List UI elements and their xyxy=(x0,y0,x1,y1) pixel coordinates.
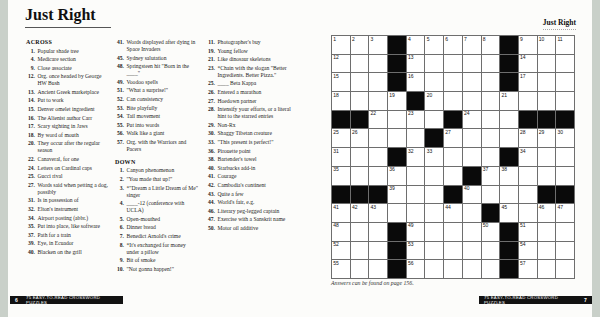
clue-text: Like dinosaur skeletons xyxy=(218,56,295,63)
black-square xyxy=(388,73,407,92)
clue-text: Denver omelet ingredient xyxy=(38,106,109,113)
clue-text: By word of mouth xyxy=(38,132,109,139)
grid-cell[interactable]: 50 xyxy=(482,223,501,242)
grid-cell[interactable]: 8 xyxy=(482,36,501,55)
grid-cell[interactable] xyxy=(407,129,426,148)
clue-number: 40. xyxy=(26,249,38,256)
black-square xyxy=(538,186,557,205)
grid-cell[interactable]: 40 xyxy=(463,186,482,205)
clue-number: 29. xyxy=(206,122,218,129)
clue-number: 20. xyxy=(26,140,38,154)
cell-number: 25 xyxy=(333,130,339,135)
grid-cell[interactable] xyxy=(351,260,370,279)
grid-cell[interactable]: 31 xyxy=(332,148,351,167)
grid-cell[interactable] xyxy=(444,167,463,186)
clue: 29.Non-Rx xyxy=(206,122,294,129)
grid-cell[interactable]: 7 xyxy=(463,36,482,55)
cell-number: 52 xyxy=(333,242,339,247)
clue: 24.Letters on Cardinal caps xyxy=(26,165,108,172)
clue-number: 21. xyxy=(206,56,218,63)
clue: 4.Medicare section xyxy=(26,56,108,63)
cell-number: 56 xyxy=(408,261,414,266)
clue-text: Words said when petting a dog, possibly xyxy=(38,182,109,196)
grid-cell[interactable] xyxy=(388,111,407,130)
cell-number: 41 xyxy=(333,205,339,210)
grid-cell[interactable] xyxy=(482,129,501,148)
clue: 13.Ancient Greek marketplace xyxy=(26,89,108,96)
grid-cell[interactable] xyxy=(351,148,370,167)
grid-cell[interactable] xyxy=(463,204,482,223)
grid-cell[interactable] xyxy=(519,92,538,111)
black-square xyxy=(556,111,575,130)
clue-number: 57. xyxy=(115,139,127,153)
clue-text: Hoedown partner xyxy=(218,98,295,105)
black-square xyxy=(388,36,407,55)
clue-text: Sydney salutation xyxy=(127,55,200,62)
grid-cell[interactable] xyxy=(463,223,482,242)
grid-cell[interactable] xyxy=(444,55,463,74)
grid-cell[interactable]: 54 xyxy=(519,242,538,261)
grid-cell[interactable] xyxy=(369,55,388,74)
grid-cell[interactable] xyxy=(463,242,482,261)
clue: 15.Denver omelet ingredient xyxy=(26,106,108,113)
grid-cell[interactable] xyxy=(425,260,444,279)
grid-cell[interactable] xyxy=(444,148,463,167)
grid-cell[interactable] xyxy=(482,92,501,111)
clue-text: Put to work xyxy=(38,97,109,104)
clue: 35.Put into place, like software xyxy=(26,223,108,230)
clue-text: Literary peg-legged captain xyxy=(218,208,295,215)
clue-number: 3. xyxy=(115,185,127,199)
clue: 12.Org. once headed by George HW Bush xyxy=(26,73,108,87)
clue-text: Blacken on the grill xyxy=(38,249,109,256)
grid-cell[interactable]: 41 xyxy=(332,204,351,223)
cell-number: 48 xyxy=(333,223,339,228)
clue: 43.Quite a few xyxy=(206,191,294,198)
grid-cell[interactable] xyxy=(444,92,463,111)
clue-number: 55. xyxy=(115,122,127,129)
grid-cell[interactable] xyxy=(482,111,501,130)
grid-cell[interactable] xyxy=(482,55,501,74)
black-square xyxy=(351,186,370,205)
grid-cell[interactable] xyxy=(556,167,575,186)
clue-text: Pirouette point xyxy=(218,148,295,155)
grid-cell[interactable] xyxy=(556,223,575,242)
clue-number: 13. xyxy=(26,89,38,96)
grid-cell[interactable] xyxy=(538,148,557,167)
clue-number: 32. xyxy=(26,206,38,213)
grid-cell[interactable] xyxy=(519,204,538,223)
grid-cell[interactable]: 25 xyxy=(332,129,351,148)
clue: 50.Motor oil additive xyxy=(206,225,294,232)
grid-cell[interactable]: 56 xyxy=(407,260,426,279)
grid-cell[interactable] xyxy=(444,223,463,242)
black-square xyxy=(482,204,501,223)
grid-cell[interactable]: 49 xyxy=(407,223,426,242)
cell-number: 22 xyxy=(371,111,377,116)
grid-cell[interactable]: 45 xyxy=(500,204,519,223)
clue-text: "What a surprise!" xyxy=(127,87,200,94)
left-footer-text: 75 EASY-TO-READ CROSSWORD PUZZLES xyxy=(26,295,118,305)
clue: 11.Photographer's buy xyxy=(206,39,294,46)
grid-cell[interactable] xyxy=(500,129,519,148)
grid-cell[interactable] xyxy=(425,111,444,130)
grid-cell[interactable]: 46 xyxy=(538,204,557,223)
clue: 7.Benedict Arnold's crime xyxy=(115,233,199,240)
black-square xyxy=(500,73,519,92)
grid-cell[interactable] xyxy=(556,242,575,261)
grid-cell[interactable] xyxy=(388,129,407,148)
grid-cell[interactable] xyxy=(482,242,501,261)
clue-number: 25. xyxy=(26,173,38,180)
grid-cell[interactable]: 29 xyxy=(538,129,557,148)
grid-cell[interactable] xyxy=(482,148,501,167)
grid-cell[interactable] xyxy=(369,92,388,111)
grid-cell[interactable]: 42 xyxy=(351,204,370,223)
grid-cell[interactable]: 38 xyxy=(500,167,519,186)
clue-text: Can consistency xyxy=(127,96,200,103)
grid-cell[interactable] xyxy=(556,92,575,111)
cell-number: 49 xyxy=(408,223,414,228)
cell-number: 50 xyxy=(483,223,489,228)
grid-cell[interactable] xyxy=(425,242,444,261)
grid-cell[interactable] xyxy=(369,129,388,148)
grid-cell[interactable]: 4 xyxy=(407,36,426,55)
grid-cell[interactable] xyxy=(538,242,557,261)
grid-cell[interactable] xyxy=(388,204,407,223)
clue-columns: ACROSS1.Popular shade tree4.Medicare sec… xyxy=(26,39,292,274)
grid-cell[interactable]: 37 xyxy=(482,167,501,186)
grid-cell[interactable]: 17 xyxy=(519,73,538,92)
cell-number: 39 xyxy=(389,186,395,191)
grid-cell[interactable] xyxy=(369,73,388,92)
clue: 9.Bit of smoke xyxy=(115,257,199,264)
crossword-grid[interactable]: 1234567891011121314151617181920212223242… xyxy=(331,35,575,279)
clue: 46.Literary peg-legged captain xyxy=(206,208,294,215)
clue-number: 4. xyxy=(26,56,38,63)
cell-number: 23 xyxy=(408,111,414,116)
clue: 19.Young fellow xyxy=(206,48,294,55)
clue-text: The Alienist author Carr xyxy=(38,115,109,122)
grid-cell[interactable]: 39 xyxy=(388,186,407,205)
grid-cell[interactable] xyxy=(444,242,463,261)
clue-text: *Chain with the slogan "Better Ingredien… xyxy=(218,65,295,79)
right-page-footer: 75 EASY-TO-READ CROSSWORD PUZZLES 7 xyxy=(479,296,592,304)
clue-number: 9. xyxy=(115,257,127,264)
cell-number: 17 xyxy=(520,74,526,79)
black-square xyxy=(388,242,407,261)
cell-number: 8 xyxy=(483,37,486,42)
clue-number: 42. xyxy=(206,182,218,189)
grid-cell[interactable] xyxy=(538,55,557,74)
clue: 1.Popular shade tree xyxy=(26,48,108,55)
clue-number: 27. xyxy=(206,98,218,105)
grid-cell[interactable]: 51 xyxy=(519,223,538,242)
clue-number: 39. xyxy=(26,240,38,247)
left-page-number: 6 xyxy=(15,297,18,303)
clue: 27.Hoedown partner xyxy=(206,98,294,105)
clue-text: Benedict Arnold's crime xyxy=(127,233,200,240)
clue-text: Letters on Cardinal caps xyxy=(38,165,109,172)
clue-number: 56. xyxy=(115,130,127,137)
clue-number: 40. xyxy=(206,165,218,172)
grid-cell[interactable]: 12 xyxy=(332,55,351,74)
clue: 30.Shaggy Tibetan creature xyxy=(206,130,294,137)
clue-number: 30. xyxy=(206,130,218,137)
grid-cell[interactable] xyxy=(463,148,482,167)
clue-column-3: 11.Photographer's buy19.Young fellow21.L… xyxy=(206,39,294,274)
grid-cell[interactable]: 33 xyxy=(425,148,444,167)
cell-number: 9 xyxy=(520,37,523,42)
grid-cell[interactable]: 13 xyxy=(407,55,426,74)
grid-cell[interactable]: 27 xyxy=(444,129,463,148)
cell-number: 4 xyxy=(408,37,411,42)
grid-cell[interactable]: 23 xyxy=(407,111,426,130)
black-square xyxy=(407,92,426,111)
answers-note: Answers can be found on page 156. xyxy=(331,280,414,286)
black-square xyxy=(519,111,538,130)
clue-number: 35. xyxy=(26,223,38,230)
grid-cell[interactable] xyxy=(369,260,388,279)
grid-cell[interactable]: 53 xyxy=(407,242,426,261)
grid-cell[interactable] xyxy=(369,148,388,167)
cell-number: 32 xyxy=(408,149,414,154)
grid-cell[interactable] xyxy=(556,260,575,279)
cell-number: 19 xyxy=(389,93,395,98)
book-spread: Just Right ACROSS1.Popular shade tree4.M… xyxy=(0,0,600,317)
cell-number: 7 xyxy=(464,37,467,42)
clue-text: ____-12 (conference with UCLA) xyxy=(127,200,200,214)
cell-number: 15 xyxy=(333,74,339,79)
grid-cell[interactable] xyxy=(538,167,557,186)
clue: 39.Eye, in Ecuador xyxy=(26,240,108,247)
grid-cell[interactable]: 30 xyxy=(556,129,575,148)
clue-number: 53. xyxy=(115,105,127,112)
black-square xyxy=(425,129,444,148)
clue-text: Springsteen hit "Born in the ____" xyxy=(127,63,200,77)
clue-number: 49. xyxy=(115,79,127,86)
grid-cell[interactable] xyxy=(425,73,444,92)
grid-cell[interactable]: 22 xyxy=(369,111,388,130)
clue: 40.Blacken on the grill xyxy=(26,249,108,256)
grid-cell[interactable] xyxy=(538,223,557,242)
clue: 40.Starbucks add-in xyxy=(206,165,294,172)
grid-cell[interactable]: 26 xyxy=(351,129,370,148)
grid-cell[interactable] xyxy=(425,204,444,223)
black-square xyxy=(500,148,519,167)
grid-cell[interactable]: 10 xyxy=(538,36,557,55)
grid-cell[interactable] xyxy=(351,242,370,261)
grid-cell[interactable]: 19 xyxy=(388,92,407,111)
clue-number: 22. xyxy=(26,156,38,163)
clue: 41.Words displayed after dying in Space … xyxy=(115,39,199,53)
black-square xyxy=(444,186,463,205)
grid-cell[interactable] xyxy=(369,242,388,261)
black-square xyxy=(500,242,519,261)
clue: 33."This present is perfect!" xyxy=(206,139,294,146)
grid-cell[interactable] xyxy=(500,111,519,130)
black-square xyxy=(463,167,482,186)
clue-text: Entered a marathon xyxy=(218,89,295,96)
grid-cell[interactable]: 35 xyxy=(332,167,351,186)
clue-text: Dinner bread xyxy=(127,224,200,231)
clue: 6.Dinner bread xyxy=(115,224,199,231)
clue-number: 51. xyxy=(115,87,127,94)
grid-cell[interactable] xyxy=(407,186,426,205)
grid-cell[interactable] xyxy=(463,92,482,111)
grid-cell[interactable] xyxy=(369,167,388,186)
grid-cell[interactable]: 32 xyxy=(407,148,426,167)
grid-cell[interactable] xyxy=(351,55,370,74)
grid-cell[interactable] xyxy=(519,167,538,186)
grid-cell[interactable]: 2 xyxy=(351,36,370,55)
cell-number: 14 xyxy=(520,55,526,60)
grid-cell[interactable] xyxy=(482,260,501,279)
cell-number: 53 xyxy=(408,242,414,247)
grid-cell[interactable]: 36 xyxy=(388,167,407,186)
clue: 38.Bartender's towel xyxy=(206,156,294,163)
clue-number: 44. xyxy=(206,199,218,206)
grid-cell[interactable] xyxy=(463,73,482,92)
cell-number: 40 xyxy=(464,186,470,191)
grid-cell[interactable]: 52 xyxy=(332,242,351,261)
grid-cell[interactable]: 57 xyxy=(519,260,538,279)
grid-cell[interactable] xyxy=(538,73,557,92)
grid-cell[interactable] xyxy=(444,260,463,279)
clue-text: Courage xyxy=(218,173,295,180)
clue-text: Bit of smoke xyxy=(127,257,200,264)
clue: 32.Elton's instrument xyxy=(26,206,108,213)
black-square xyxy=(388,55,407,74)
grid-cell[interactable]: 16 xyxy=(407,73,426,92)
grid-cell[interactable] xyxy=(500,186,519,205)
clue: 21.Like dinosaur skeletons xyxy=(206,56,294,63)
grid-cell[interactable] xyxy=(407,204,426,223)
cell-number: 34 xyxy=(520,149,526,154)
down-header: DOWN xyxy=(115,159,199,165)
grid-cell[interactable]: 14 xyxy=(519,55,538,74)
clue: 47.Exercise with a Sanskrit name xyxy=(206,216,294,223)
grid-cell[interactable]: 44 xyxy=(444,204,463,223)
cell-number: 11 xyxy=(557,37,562,42)
grid-cell[interactable] xyxy=(538,260,557,279)
clue: 54.Tail movement xyxy=(115,113,199,120)
clue-text: Quite a few xyxy=(218,191,295,198)
grid-cell[interactable] xyxy=(538,92,557,111)
cell-number: 51 xyxy=(520,223,526,228)
grid-cell[interactable]: 24 xyxy=(463,111,482,130)
clue-text: Tail movement xyxy=(127,113,200,120)
cell-number: 55 xyxy=(333,261,339,266)
clue-number: 6. xyxy=(115,224,127,231)
grid-cell[interactable] xyxy=(556,148,575,167)
black-square xyxy=(556,186,575,205)
grid-cell[interactable]: 20 xyxy=(425,92,444,111)
right-footer-text: 75 EASY-TO-READ CROSSWORD PUZZLES xyxy=(484,295,576,305)
grid-cell[interactable] xyxy=(407,167,426,186)
grid-cell[interactable]: 9 xyxy=(519,36,538,55)
clue-number: 37. xyxy=(26,232,38,239)
grid-cell[interactable]: 43 xyxy=(369,204,388,223)
grid-cell[interactable] xyxy=(482,186,501,205)
clue-number: 11. xyxy=(206,39,218,46)
clue-text: Words displayed after dying in Space Inv… xyxy=(127,39,200,53)
cell-number: 6 xyxy=(445,37,448,42)
grid-cell[interactable] xyxy=(369,223,388,242)
black-square xyxy=(500,55,519,74)
grid-cell[interactable]: 21 xyxy=(500,92,519,111)
grid-cell[interactable] xyxy=(444,73,463,92)
grid-cell[interactable] xyxy=(351,92,370,111)
grid-cell[interactable]: 55 xyxy=(332,260,351,279)
grid-cell[interactable]: 18 xyxy=(332,92,351,111)
grid-cell[interactable] xyxy=(351,73,370,92)
grid-cell[interactable] xyxy=(425,55,444,74)
clue-text: Shaggy Tibetan creature xyxy=(218,130,295,137)
clue: 26.Entered a marathon xyxy=(206,89,294,96)
clue: 53.Bite playfully xyxy=(115,105,199,112)
grid-cell[interactable] xyxy=(351,167,370,186)
clue: 45.Sydney salutation xyxy=(115,55,199,62)
clue-text: Org. with the Warriors and Pacers xyxy=(127,139,200,153)
grid-cell[interactable] xyxy=(556,55,575,74)
black-square xyxy=(388,260,407,279)
clue-text: Canyon phenomenon xyxy=(127,167,200,174)
clue-text: Bite playfully xyxy=(127,105,200,112)
clue-number: 1. xyxy=(115,167,127,174)
cell-number: 10 xyxy=(539,37,545,42)
grid-cell[interactable] xyxy=(463,55,482,74)
grid-cell[interactable]: 11 xyxy=(556,36,575,55)
grid-cell[interactable]: 34 xyxy=(519,148,538,167)
grid-cell[interactable] xyxy=(425,167,444,186)
grid-cell[interactable] xyxy=(351,223,370,242)
grid-cell[interactable]: 6 xyxy=(444,36,463,55)
grid-cell[interactable] xyxy=(463,260,482,279)
cell-number: 44 xyxy=(445,205,451,210)
grid-cell[interactable]: 3 xyxy=(369,36,388,55)
grid-cell[interactable]: 47 xyxy=(556,204,575,223)
grid-cell[interactable] xyxy=(519,186,538,205)
grid-cell[interactable] xyxy=(425,186,444,205)
clue-text: Motor oil additive xyxy=(218,225,295,232)
clue-text: Canaveral, for one xyxy=(38,156,109,163)
cell-number: 47 xyxy=(557,205,563,210)
cell-number: 18 xyxy=(333,93,339,98)
black-square xyxy=(500,36,519,55)
grid-cell[interactable] xyxy=(556,73,575,92)
grid-cell[interactable]: 15 xyxy=(332,73,351,92)
clue: 57.Org. with the Warriors and Pacers xyxy=(115,139,199,153)
grid-cell[interactable] xyxy=(425,223,444,242)
clue-text: Elton's instrument xyxy=(38,206,109,213)
grid-cell[interactable] xyxy=(482,73,501,92)
clue: 14.Put to work xyxy=(26,97,108,104)
clue-text: Walk like a giant xyxy=(127,130,200,137)
clue-text: *"Dream a Little Dream of Me" singer xyxy=(127,185,200,199)
grid-cell[interactable]: 5 xyxy=(425,36,444,55)
clue: 2."You made that up!" xyxy=(115,176,199,183)
black-square xyxy=(500,223,519,242)
cell-number: 42 xyxy=(352,205,358,210)
clue-number: 7. xyxy=(115,233,127,240)
grid-cell[interactable]: 28 xyxy=(519,129,538,148)
clue: 22.Canaveral, for one xyxy=(26,156,108,163)
grid-cell[interactable]: 48 xyxy=(332,223,351,242)
grid-cell[interactable]: 1 xyxy=(332,36,351,55)
grid-cell[interactable] xyxy=(463,129,482,148)
cell-number: 1 xyxy=(333,37,336,42)
